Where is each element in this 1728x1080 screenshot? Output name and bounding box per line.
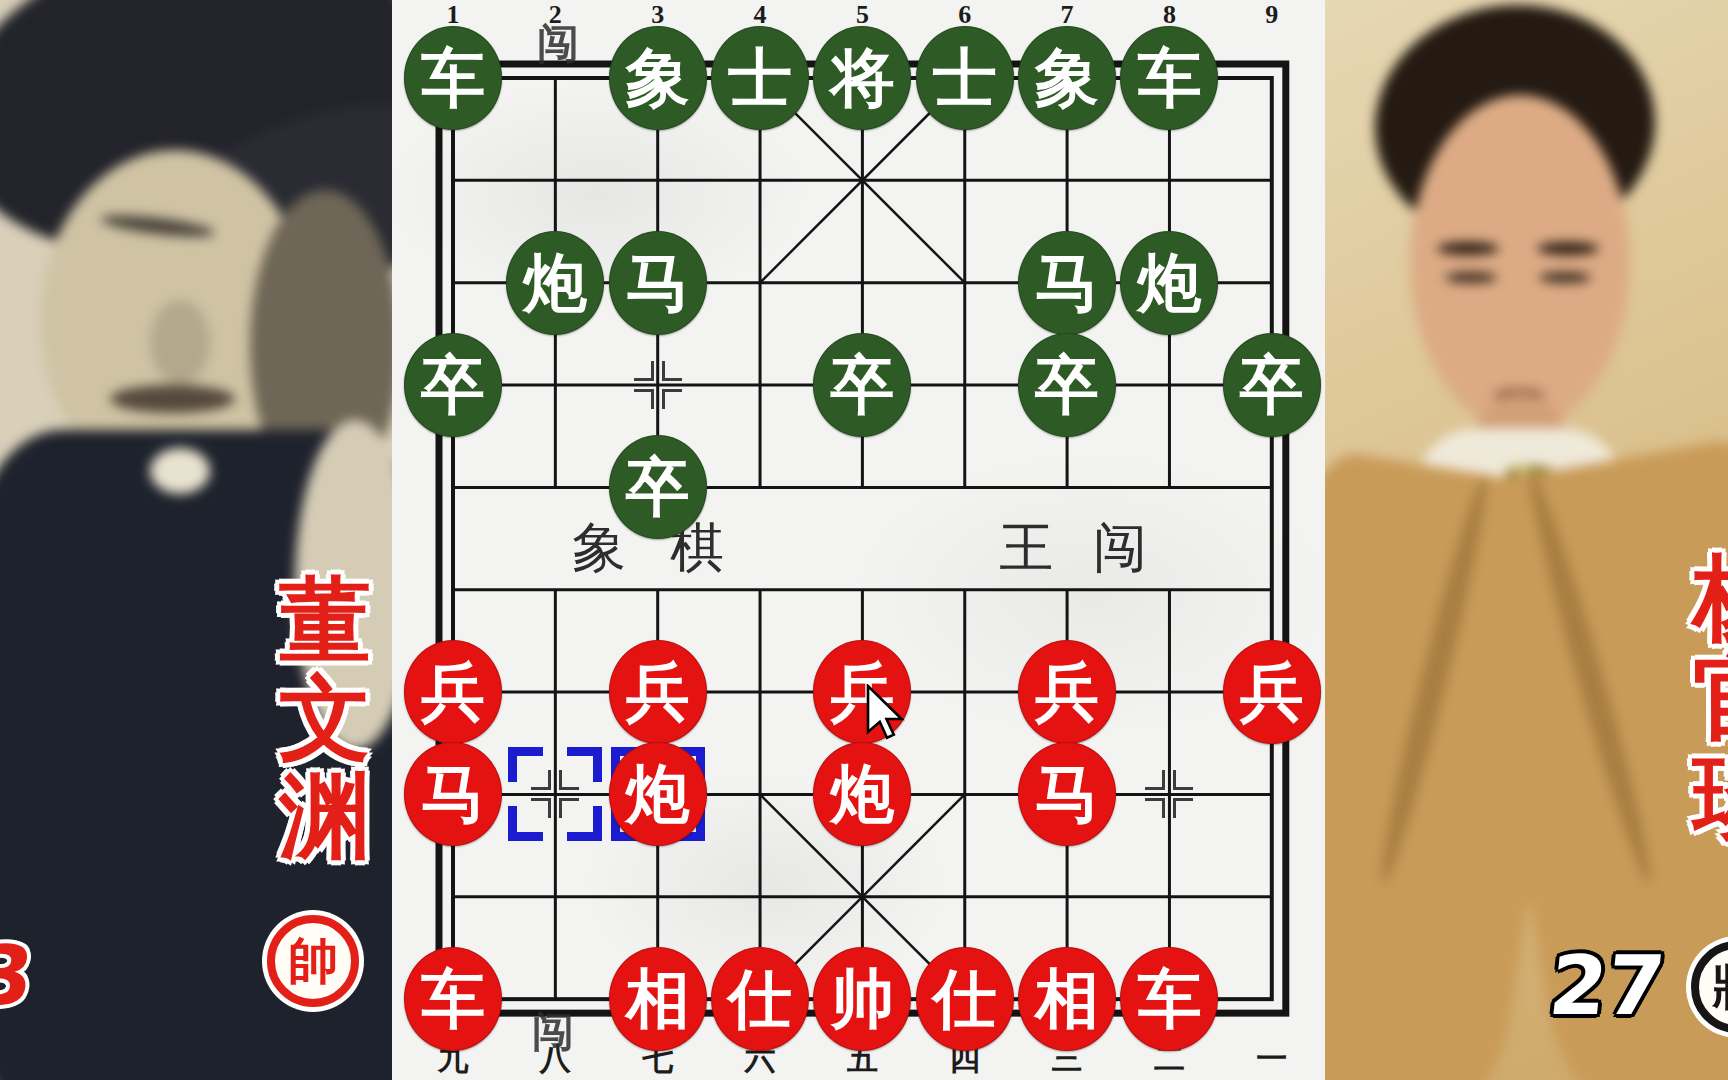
mouse-cursor <box>866 684 906 742</box>
river-text-right: 王闯 <box>999 512 1187 585</box>
red-piece-兵[interactable]: 兵 <box>1018 640 1116 744</box>
point-marker <box>634 361 682 409</box>
black-piece-卒[interactable]: 卒 <box>1018 333 1116 437</box>
red-piece-仕[interactable]: 仕 <box>711 947 809 1051</box>
watermark-top: 闯 <box>537 16 579 72</box>
black-piece-马[interactable]: 马 <box>609 231 707 335</box>
black-piece-士[interactable]: 士 <box>711 26 809 130</box>
xiangqi-board[interactable]: 123456789 九八七六五四三二一 象棋 王闯 闯 闯 车象士将士象车炮马马… <box>392 0 1325 1080</box>
red-piece-相[interactable]: 相 <box>1018 947 1116 1051</box>
red-piece-炮[interactable]: 炮 <box>609 742 707 846</box>
right-photo-painting <box>1325 0 1728 1080</box>
red-piece-马[interactable]: 马 <box>404 742 502 846</box>
black-piece-象[interactable]: 象 <box>1018 26 1116 130</box>
red-piece-兵[interactable]: 兵 <box>1223 640 1321 744</box>
black-piece-车[interactable]: 车 <box>404 26 502 130</box>
left-photo-painting <box>0 0 392 1080</box>
red-piece-兵[interactable]: 兵 <box>404 640 502 744</box>
right-player-photo: 杨官璘 27 將 <box>1325 0 1728 1080</box>
red-piece-帅[interactable]: 帅 <box>813 947 911 1051</box>
last-move-bracket <box>508 747 602 841</box>
left-player-photo: 董文渊 3 帥 <box>0 0 392 1080</box>
left-player-side-badge-red-general: 帥 <box>267 915 359 1007</box>
black-general-badge-glyph: 將 <box>1712 954 1728 1021</box>
black-piece-士[interactable]: 士 <box>916 26 1014 130</box>
watermark-bottom: 闯 <box>532 1004 574 1060</box>
red-piece-炮[interactable]: 炮 <box>813 742 911 846</box>
black-piece-车[interactable]: 车 <box>1120 26 1218 130</box>
red-piece-车[interactable]: 车 <box>404 947 502 1051</box>
point-marker <box>1145 770 1193 818</box>
black-piece-卒[interactable]: 卒 <box>1223 333 1321 437</box>
black-piece-象[interactable]: 象 <box>609 26 707 130</box>
right-player-name: 杨官璘 <box>1690 548 1728 848</box>
black-piece-卒[interactable]: 卒 <box>813 333 911 437</box>
black-piece-卒[interactable]: 卒 <box>404 333 502 437</box>
red-piece-马[interactable]: 马 <box>1018 742 1116 846</box>
black-piece-炮[interactable]: 炮 <box>1120 231 1218 335</box>
black-piece-炮[interactable]: 炮 <box>506 231 604 335</box>
file-label-bottom: 一 <box>1256 1038 1287 1080</box>
red-general-badge-glyph: 帥 <box>288 928 338 995</box>
left-player-name: 董文渊 <box>275 572 375 866</box>
red-piece-仕[interactable]: 仕 <box>916 947 1014 1051</box>
black-piece-马[interactable]: 马 <box>1018 231 1116 335</box>
black-piece-卒[interactable]: 卒 <box>609 435 707 539</box>
black-piece-将[interactable]: 将 <box>813 26 911 130</box>
red-piece-相[interactable]: 相 <box>609 947 707 1051</box>
red-piece-兵[interactable]: 兵 <box>609 640 707 744</box>
file-label-top: 9 <box>1265 0 1278 30</box>
right-player-score: 27 <box>1545 938 1669 1033</box>
red-piece-车[interactable]: 车 <box>1120 947 1218 1051</box>
